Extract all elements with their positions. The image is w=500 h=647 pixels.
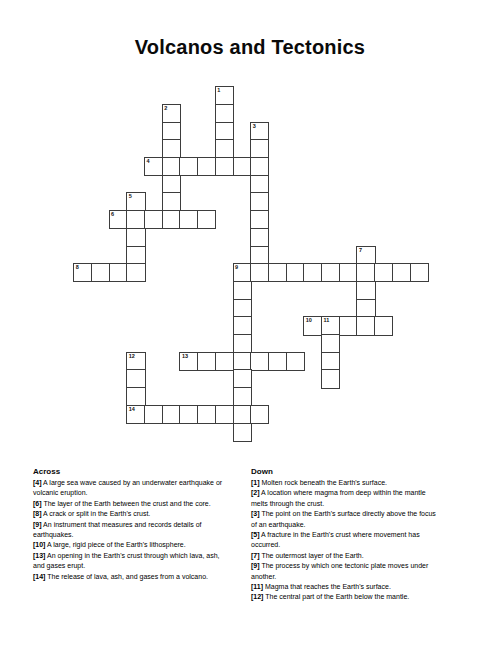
grid-cell-r18c5[interactable]	[162, 405, 181, 424]
grid-cell-r18c9[interactable]	[233, 405, 252, 424]
grid-cell-r4c5[interactable]	[162, 157, 181, 176]
clue-number: [14]	[33, 573, 45, 580]
grid-cell-r10c10[interactable]	[250, 263, 269, 282]
grid-cell-r17c3[interactable]	[126, 387, 145, 406]
clue-down-3: [3] The point on the Earth's surface dir…	[251, 509, 441, 530]
clue-across-14: [14] The release of lava, ash, and gases…	[33, 572, 229, 582]
clue-across-9: [9] An instrument that measures and reco…	[33, 520, 229, 541]
grid-cell-r5c5[interactable]	[162, 175, 181, 194]
grid-cell-r11c9[interactable]	[233, 281, 252, 300]
grid-cell-r2c5[interactable]	[162, 122, 181, 141]
clue-down-9: [9] The process by which one tectonic pl…	[251, 561, 441, 582]
grid-cell-r7c7[interactable]	[197, 210, 216, 229]
grid-cell-r10c14[interactable]	[321, 263, 340, 282]
grid-cell-r1c8[interactable]	[215, 104, 234, 123]
clue-across-4: [4] A large sea wave caused by an underw…	[33, 478, 229, 499]
grid-cell-r10c18[interactable]	[392, 263, 411, 282]
grid-cell-r10c9[interactable]: 9	[233, 263, 252, 282]
grid-cell-r10c2[interactable]	[109, 263, 128, 282]
grid-cell-r14c9[interactable]	[233, 334, 252, 353]
clue-number: [13]	[33, 552, 45, 559]
cell-number: 10	[306, 318, 312, 324]
cell-number: 5	[129, 194, 132, 200]
grid-cell-r10c11[interactable]	[268, 263, 287, 282]
grid-cell-r1c5[interactable]: 2	[162, 104, 181, 123]
grid-cell-r16c3[interactable]	[126, 369, 145, 388]
grid-cell-r18c6[interactable]	[179, 405, 198, 424]
grid-cell-r16c14[interactable]	[321, 369, 340, 388]
cell-number: 6	[111, 212, 114, 218]
grid-cell-r18c4[interactable]	[144, 405, 163, 424]
grid-cell-r18c10[interactable]	[250, 405, 269, 424]
grid-cell-r4c4[interactable]: 4	[144, 157, 163, 176]
grid-cell-r9c10[interactable]	[250, 246, 269, 265]
grid-cell-r15c7[interactable]	[197, 352, 216, 371]
grid-cell-r2c8[interactable]	[215, 122, 234, 141]
grid-cell-r10c0[interactable]: 8	[73, 263, 92, 282]
clue-number: [7]	[251, 552, 260, 559]
grid-cell-r10c3[interactable]	[126, 263, 145, 282]
clue-number: [8]	[33, 510, 42, 517]
cell-number: 13	[182, 354, 188, 360]
clue-across-6: [6] The layer of the Earth between the c…	[33, 499, 229, 509]
clue-number: [4]	[33, 479, 42, 486]
clue-number: [1]	[251, 479, 260, 486]
grid-cell-r7c10[interactable]	[250, 210, 269, 229]
grid-cell-r7c3[interactable]	[126, 210, 145, 229]
cell-number: 3	[253, 124, 256, 130]
clue-number: [9]	[33, 521, 42, 528]
across-heading: Across	[33, 467, 229, 477]
grid-cell-r15c3[interactable]: 12	[126, 352, 145, 371]
grid-cell-r4c6[interactable]	[179, 157, 198, 176]
grid-cell-r13c13[interactable]: 10	[303, 316, 322, 335]
cell-number: 2	[164, 106, 167, 112]
grid-cell-r19c9[interactable]	[233, 423, 252, 442]
grid-cell-r18c8[interactable]	[215, 405, 234, 424]
down-clues-section: Down [1] Molten rock beneath the Earth's…	[251, 467, 441, 603]
grid-cell-r10c15[interactable]	[339, 263, 358, 282]
clue-number: [12]	[251, 593, 263, 600]
clue-number: [5]	[251, 531, 260, 538]
down-heading: Down	[251, 467, 441, 477]
clue-down-5: [5] A fracture in the Earth's crust wher…	[251, 530, 441, 551]
grid-cell-r3c5[interactable]	[162, 139, 181, 158]
grid-cell-r6c5[interactable]	[162, 192, 181, 211]
grid-cell-r15c11[interactable]	[268, 352, 287, 371]
clue-across-8: [8] A crack or split in the Earth's crus…	[33, 509, 229, 519]
clue-down-2: [2] A location where magma from deep wit…	[251, 488, 441, 509]
across-clues-section: Across [4] A large sea wave caused by an…	[33, 467, 229, 582]
clue-number: [10]	[33, 541, 45, 548]
cell-number: 12	[129, 354, 135, 360]
grid-cell-r5c10[interactable]	[250, 175, 269, 194]
grid-cell-r3c10[interactable]	[250, 139, 269, 158]
clue-number: [3]	[251, 510, 260, 517]
grid-cell-r10c17[interactable]	[374, 263, 393, 282]
grid-cell-r13c9[interactable]	[233, 316, 252, 335]
clue-down-7: [7] The outermost layer of the Earth.	[251, 551, 441, 561]
cell-number: 4	[147, 159, 150, 165]
grid-cell-r4c9[interactable]	[233, 157, 252, 176]
crossword-page: Volcanos and Tectonics 12345678910111213…	[0, 0, 500, 647]
puzzle-title: Volcanos and Tectonics	[0, 36, 500, 59]
grid-cell-r10c1[interactable]	[91, 263, 110, 282]
clue-down-11: [11] Magma that reaches the Earth's surf…	[251, 582, 441, 592]
cell-number: 8	[76, 265, 79, 271]
grid-cell-r15c6[interactable]: 13	[179, 352, 198, 371]
grid-cell-r13c14[interactable]: 11	[321, 316, 340, 335]
across-clue-list: [4] A large sea wave caused by an underw…	[33, 478, 229, 582]
cell-number: 14	[129, 407, 135, 413]
cell-number: 9	[235, 265, 238, 271]
grid-cell-r13c16[interactable]	[356, 316, 375, 335]
clue-number: [9]	[251, 562, 260, 569]
grid-cell-r4c10[interactable]	[250, 157, 269, 176]
grid-cell-r18c3[interactable]: 14	[126, 405, 145, 424]
grid-cell-r17c9[interactable]	[233, 387, 252, 406]
grid-cell-r7c6[interactable]	[179, 210, 198, 229]
grid-cell-r12c16[interactable]	[356, 299, 375, 318]
grid-cell-r4c8[interactable]	[215, 157, 234, 176]
clue-across-13: [13] An opening in the Earth's crust thr…	[33, 551, 229, 572]
grid-cell-r12c9[interactable]	[233, 299, 252, 318]
clue-down-12: [12] The central part of the Earth below…	[251, 592, 441, 602]
grid-cell-r15c9[interactable]	[233, 352, 252, 371]
grid-cell-r7c2[interactable]: 6	[109, 210, 128, 229]
grid-cell-r2c10[interactable]: 3	[250, 122, 269, 141]
down-clue-list: [1] Molten rock beneath the Earth's surf…	[251, 478, 441, 603]
clue-across-10: [10] A large, rigid piece of the Earth's…	[33, 540, 229, 550]
cell-number: 7	[359, 248, 362, 254]
grid-cell-r13c15[interactable]	[339, 316, 358, 335]
grid-cell-r8c10[interactable]	[250, 228, 269, 247]
crossword-grid: 1234567891011121314	[74, 87, 428, 441]
clue-number: [6]	[33, 500, 42, 507]
grid-cell-r11c16[interactable]	[356, 281, 375, 300]
cell-number: 11	[324, 318, 330, 324]
grid-cell-r8c3[interactable]	[126, 228, 145, 247]
grid-cell-r15c10[interactable]	[250, 352, 269, 371]
grid-cell-r10c13[interactable]	[303, 263, 322, 282]
grid-cell-r14c14[interactable]	[321, 334, 340, 353]
clue-down-1: [1] Molten rock beneath the Earth's surf…	[251, 478, 441, 488]
grid-cell-r6c10[interactable]	[250, 192, 269, 211]
grid-cell-r3c8[interactable]	[215, 139, 234, 158]
clue-number: [11]	[251, 583, 263, 590]
grid-cell-r10c19[interactable]	[410, 263, 429, 282]
grid-cell-r7c4[interactable]	[144, 210, 163, 229]
grid-cell-r6c3[interactable]: 5	[126, 192, 145, 211]
clue-number: [2]	[251, 489, 260, 496]
grid-cell-r9c3[interactable]	[126, 246, 145, 265]
grid-cell-r10c12[interactable]	[286, 263, 305, 282]
grid-cell-r10c16[interactable]	[356, 263, 375, 282]
grid-cell-r15c8[interactable]	[215, 352, 234, 371]
grid-cell-r13c17[interactable]	[374, 316, 393, 335]
grid-cell-r0c8[interactable]: 1	[215, 86, 234, 105]
grid-cell-r15c12[interactable]	[286, 352, 305, 371]
grid-cell-r9c16[interactable]: 7	[356, 246, 375, 265]
grid-cell-r16c9[interactable]	[233, 369, 252, 388]
grid-cell-r4c7[interactable]	[197, 157, 216, 176]
grid-cell-r7c5[interactable]	[162, 210, 181, 229]
grid-cell-r15c14[interactable]	[321, 352, 340, 371]
grid-cell-r18c7[interactable]	[197, 405, 216, 424]
cell-number: 1	[217, 88, 220, 94]
